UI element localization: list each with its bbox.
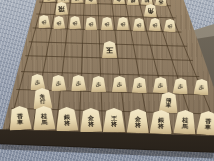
piece-sente-knight-8i[interactable]: 桂馬 bbox=[32, 106, 55, 131]
piece-gote-pawn-8c[interactable]: 歩 bbox=[53, 15, 65, 28]
piece-sente-king-5i[interactable]: 王将 bbox=[103, 108, 125, 132]
piece-gote-silver-7a[interactable]: 銀 bbox=[71, 0, 83, 3]
piece-sente-pawn-3g[interactable]: 歩 bbox=[153, 77, 169, 93]
piece-sente-silver-7i[interactable]: 銀将 bbox=[56, 107, 79, 132]
shogi-photo: 香桂銀金金銀桂香飛角歩歩歩歩歩歩歩歩歩玉歩歩歩歩歩歩歩歩歩角行飛車香車桂馬銀将金… bbox=[0, 0, 214, 161]
piece-sente-pawn-6g[interactable]: 歩 bbox=[91, 76, 106, 92]
piece-gote-knight-8a[interactable]: 桂 bbox=[57, 0, 69, 3]
piece-sente-lance-1i[interactable]: 香車 bbox=[196, 110, 214, 135]
piece-gote-pawn-9c[interactable]: 歩 bbox=[37, 15, 50, 29]
piece-sente-bishop-8h[interactable]: 角行 bbox=[32, 88, 52, 110]
piece-gote-pawn-6c[interactable]: 歩 bbox=[85, 16, 97, 29]
piece-gote-bishop-2b[interactable]: 角 bbox=[144, 4, 157, 17]
piece-gote-lance-1a[interactable]: 香 bbox=[155, 0, 167, 6]
piece-sente-gold-4i[interactable]: 金将 bbox=[127, 109, 149, 133]
piece-sente-knight-2i[interactable]: 桂馬 bbox=[173, 110, 196, 135]
piece-gote-gold-6a[interactable]: 金 bbox=[85, 0, 97, 4]
piece-sente-gold-6i[interactable]: 金将 bbox=[80, 107, 102, 131]
piece-sente-pawn-9g[interactable]: 歩 bbox=[30, 74, 46, 91]
piece-gote-pawn-2c[interactable]: 歩 bbox=[148, 18, 160, 31]
piece-gote-pawn-3c[interactable]: 歩 bbox=[133, 18, 145, 31]
piece-gote-pawn-5c[interactable]: 歩 bbox=[101, 17, 113, 30]
piece-sente-pawn-4g[interactable]: 歩 bbox=[132, 77, 147, 93]
piece-gote-rook-8b[interactable]: 飛 bbox=[55, 1, 68, 14]
piece-gote-king-5e[interactable]: 玉 bbox=[101, 41, 116, 58]
piece-gote-pawn-1c[interactable]: 歩 bbox=[164, 19, 177, 32]
piece-gote-gold-4a[interactable]: 金 bbox=[113, 0, 125, 4]
piece-sente-pawn-2g[interactable]: 歩 bbox=[173, 78, 189, 95]
piece-sente-pawn-1g[interactable]: 歩 bbox=[193, 78, 209, 95]
piece-sente-pawn-5g[interactable]: 歩 bbox=[112, 76, 127, 92]
pieces-layer: 香桂銀金金銀桂香飛角歩歩歩歩歩歩歩歩歩玉歩歩歩歩歩歩歩歩歩角行飛車香車桂馬銀将金… bbox=[0, 0, 214, 161]
piece-gote-pawn-7c[interactable]: 歩 bbox=[69, 16, 81, 29]
piece-sente-pawn-8g[interactable]: 歩 bbox=[50, 74, 66, 91]
piece-gote-lance-9a[interactable]: 香 bbox=[43, 0, 55, 3]
piece-sente-pawn-7g[interactable]: 歩 bbox=[71, 75, 86, 91]
piece-sente-rook-2h[interactable]: 飛車 bbox=[159, 91, 179, 113]
piece-sente-lance-9i[interactable]: 香車 bbox=[9, 105, 32, 130]
piece-gote-silver-3a[interactable]: 銀 bbox=[127, 0, 139, 5]
piece-gote-pawn-4c[interactable]: 歩 bbox=[117, 17, 129, 30]
